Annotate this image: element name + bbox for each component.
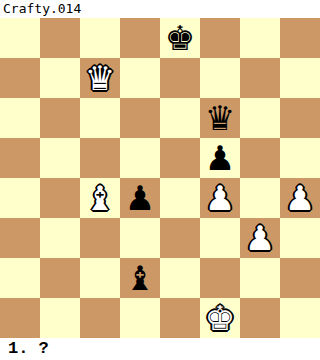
- square-e4[interactable]: [160, 178, 200, 218]
- black-king-icon: ♚: [160, 18, 200, 58]
- white-pawn-icon: ♟: [200, 178, 240, 218]
- square-g3[interactable]: ♟: [240, 218, 280, 258]
- square-d1[interactable]: [120, 298, 160, 338]
- square-c4[interactable]: ♝: [80, 178, 120, 218]
- square-a2[interactable]: [0, 258, 40, 298]
- chess-board: ♚♛♛♟♝♟♟♟♟♝♚: [0, 18, 320, 338]
- square-a7[interactable]: [0, 58, 40, 98]
- square-b5[interactable]: [40, 138, 80, 178]
- chess-diagram: Crafty.014 ♚♛♛♟♝♟♟♟♟♝♚ 1. ?: [0, 0, 320, 360]
- square-g7[interactable]: [240, 58, 280, 98]
- square-d8[interactable]: [120, 18, 160, 58]
- square-f8[interactable]: [200, 18, 240, 58]
- square-d7[interactable]: [120, 58, 160, 98]
- square-b6[interactable]: [40, 98, 80, 138]
- square-d2[interactable]: ♝: [120, 258, 160, 298]
- square-f4[interactable]: ♟: [200, 178, 240, 218]
- square-c1[interactable]: [80, 298, 120, 338]
- square-f6[interactable]: ♛: [200, 98, 240, 138]
- square-c7[interactable]: ♛: [80, 58, 120, 98]
- square-c5[interactable]: [80, 138, 120, 178]
- square-h2[interactable]: [280, 258, 320, 298]
- white-queen-icon: ♛: [80, 58, 120, 98]
- white-king-icon: ♚: [200, 298, 240, 338]
- square-g6[interactable]: [240, 98, 280, 138]
- square-e2[interactable]: [160, 258, 200, 298]
- square-d4[interactable]: ♟: [120, 178, 160, 218]
- square-c3[interactable]: [80, 218, 120, 258]
- square-e3[interactable]: [160, 218, 200, 258]
- square-h1[interactable]: [280, 298, 320, 338]
- black-pawn-icon: ♟: [200, 138, 240, 178]
- square-c2[interactable]: [80, 258, 120, 298]
- square-e6[interactable]: [160, 98, 200, 138]
- square-e8[interactable]: ♚: [160, 18, 200, 58]
- square-h6[interactable]: [280, 98, 320, 138]
- square-d5[interactable]: [120, 138, 160, 178]
- square-h5[interactable]: [280, 138, 320, 178]
- square-b8[interactable]: [40, 18, 80, 58]
- square-h3[interactable]: [280, 218, 320, 258]
- square-a6[interactable]: [0, 98, 40, 138]
- square-h8[interactable]: [280, 18, 320, 58]
- square-e7[interactable]: [160, 58, 200, 98]
- square-g4[interactable]: [240, 178, 280, 218]
- square-a5[interactable]: [0, 138, 40, 178]
- square-b7[interactable]: [40, 58, 80, 98]
- square-b4[interactable]: [40, 178, 80, 218]
- square-g1[interactable]: [240, 298, 280, 338]
- move-prompt: 1. ?: [8, 338, 49, 359]
- square-e5[interactable]: [160, 138, 200, 178]
- square-f5[interactable]: ♟: [200, 138, 240, 178]
- square-g2[interactable]: [240, 258, 280, 298]
- square-a1[interactable]: [0, 298, 40, 338]
- white-pawn-icon: ♟: [240, 218, 280, 258]
- square-d6[interactable]: [120, 98, 160, 138]
- square-e1[interactable]: [160, 298, 200, 338]
- black-queen-icon: ♛: [200, 98, 240, 138]
- square-a8[interactable]: [0, 18, 40, 58]
- diagram-title: Crafty.014: [3, 1, 81, 17]
- square-g8[interactable]: [240, 18, 280, 58]
- square-f1[interactable]: ♚: [200, 298, 240, 338]
- square-f2[interactable]: [200, 258, 240, 298]
- square-h7[interactable]: [280, 58, 320, 98]
- square-h4[interactable]: ♟: [280, 178, 320, 218]
- square-b2[interactable]: [40, 258, 80, 298]
- square-c8[interactable]: [80, 18, 120, 58]
- square-b3[interactable]: [40, 218, 80, 258]
- square-d3[interactable]: [120, 218, 160, 258]
- white-bishop-icon: ♝: [80, 178, 120, 218]
- black-bishop-icon: ♝: [120, 258, 160, 298]
- white-pawn-icon: ♟: [280, 178, 320, 218]
- square-f3[interactable]: [200, 218, 240, 258]
- square-b1[interactable]: [40, 298, 80, 338]
- square-a4[interactable]: [0, 178, 40, 218]
- square-c6[interactable]: [80, 98, 120, 138]
- square-a3[interactable]: [0, 218, 40, 258]
- black-pawn-icon: ♟: [120, 178, 160, 218]
- square-f7[interactable]: [200, 58, 240, 98]
- square-g5[interactable]: [240, 138, 280, 178]
